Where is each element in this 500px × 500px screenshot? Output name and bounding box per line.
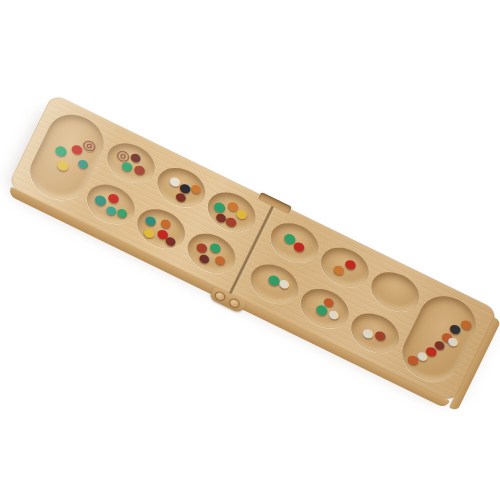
hinge-pin-icon (227, 297, 241, 310)
stone-white: ● (446, 334, 461, 349)
pit-bottom-6[interactable]: ●● (345, 306, 406, 360)
stone-white: ● (327, 307, 342, 322)
stone-teal: ● (76, 156, 91, 171)
stone-maroon: ● (163, 233, 178, 248)
hinge-pin-icon (213, 290, 227, 303)
stone-maroonDark: ● (197, 251, 212, 266)
pit-bottom-4[interactable]: ●● (244, 257, 305, 311)
pit-bottom-2[interactable]: ●●●●● (131, 202, 192, 256)
stone-ringMaroon: ◎ (80, 136, 98, 154)
pit-bottom-3[interactable]: ●●●● (181, 226, 242, 280)
stone-carnelian: ● (213, 252, 228, 267)
pit-top-2[interactable]: ●●●● (151, 160, 212, 214)
pit-top-4[interactable]: ●● (264, 216, 325, 270)
stone-green: ● (115, 205, 130, 220)
pit-top-3[interactable]: ●●●●● (201, 185, 262, 239)
stone-rust: ● (132, 161, 148, 177)
pit-bottom-5[interactable]: ●●● (294, 281, 355, 335)
mancala-board: ●●●◎● ◎●●● ●●●● ●●●●● ●● ●● ●●●● ●●●●● ●… (7, 93, 498, 403)
pit-bottom-1[interactable]: ●●●● (80, 177, 141, 231)
stone-yellow: ● (55, 157, 72, 174)
stone-maroon: ● (174, 189, 189, 204)
pit-top-5[interactable]: ●● (314, 240, 375, 294)
stone-orange: ● (189, 181, 204, 196)
pit-top-6[interactable] (365, 265, 426, 319)
pit-top-1[interactable]: ◎●●● (101, 136, 162, 190)
stone-white: ● (277, 276, 292, 291)
stone-orange: ● (331, 262, 347, 278)
product-photo-scene: ●●●◎● ◎●●● ●●●● ●●●●● ●● ●● ●●●● ●●●●● ●… (0, 0, 500, 500)
